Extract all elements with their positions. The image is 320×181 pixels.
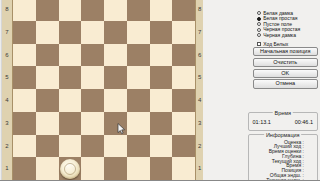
square-h4[interactable] xyxy=(172,89,195,112)
square-f5[interactable] xyxy=(127,66,150,89)
square-a8[interactable] xyxy=(13,0,36,21)
square-f3[interactable] xyxy=(127,112,150,135)
rank-label-2: 2 xyxy=(2,143,12,149)
rank-label-4: 4 xyxy=(2,97,12,103)
rank-labels-left: 87654321 xyxy=(2,0,13,180)
square-f6[interactable] xyxy=(127,44,150,67)
square-b2[interactable] xyxy=(36,135,59,158)
square-c3[interactable] xyxy=(59,112,82,135)
square-b7[interactable] xyxy=(36,21,59,44)
square-g3[interactable] xyxy=(150,112,173,135)
square-a7[interactable] xyxy=(13,21,36,44)
square-h3[interactable] xyxy=(172,112,195,135)
time-group-title: Время xyxy=(272,110,293,116)
square-d2[interactable] xyxy=(81,135,104,158)
radio-icon[interactable] xyxy=(257,28,261,32)
mouse-cursor-icon xyxy=(117,123,126,135)
square-d3[interactable] xyxy=(81,112,104,135)
rank-label-5: 5 xyxy=(196,74,203,80)
radio-icon[interactable] xyxy=(257,22,261,26)
square-f4[interactable] xyxy=(127,89,150,112)
square-d4[interactable] xyxy=(81,89,104,112)
square-c4[interactable] xyxy=(59,89,82,112)
info-rows: Оценка :Лучший ход :Время оценки :Глубин… xyxy=(249,140,318,181)
button-stack: Начальная позицияОчиститьOKОтмена xyxy=(253,47,319,90)
square-c5[interactable] xyxy=(59,66,82,89)
white-to-move-label: Ход Белых xyxy=(263,42,288,47)
square-b5[interactable] xyxy=(36,66,59,89)
rank-label-7: 7 xyxy=(2,29,12,35)
square-g5[interactable] xyxy=(150,66,173,89)
square-g4[interactable] xyxy=(150,89,173,112)
piece-option-label: Черная дамка xyxy=(263,33,296,38)
piece-option-5[interactable]: Черная дамка xyxy=(257,32,300,37)
square-b6[interactable] xyxy=(36,44,59,67)
checkbox-icon[interactable] xyxy=(257,42,261,46)
square-h1[interactable] xyxy=(172,157,195,180)
square-g1[interactable] xyxy=(150,157,173,180)
square-h2[interactable] xyxy=(172,135,195,158)
square-g7[interactable] xyxy=(150,21,173,44)
square-e6[interactable] xyxy=(104,44,127,67)
rank-label-6: 6 xyxy=(2,52,12,58)
square-a6[interactable] xyxy=(13,44,36,67)
square-d8[interactable] xyxy=(81,0,104,21)
piece-palette-radio-group: Белая дамкаБелая простаяПустое полеЧерна… xyxy=(257,11,300,38)
board xyxy=(13,0,195,180)
square-e2[interactable] xyxy=(104,135,127,158)
initial-position-button[interactable]: Начальная позиция xyxy=(253,47,319,56)
rank-label-7: 7 xyxy=(196,29,203,35)
square-c7[interactable] xyxy=(59,21,82,44)
square-f1[interactable] xyxy=(127,157,150,180)
square-g6[interactable] xyxy=(150,44,173,67)
rank-label-4: 4 xyxy=(196,97,203,103)
rank-label-2: 2 xyxy=(196,143,203,149)
square-h6[interactable] xyxy=(172,44,195,67)
rank-label-6: 6 xyxy=(196,52,203,58)
square-e4[interactable] xyxy=(104,89,127,112)
square-a5[interactable] xyxy=(13,66,36,89)
square-d1[interactable] xyxy=(81,157,104,180)
rank-label-3: 3 xyxy=(196,120,203,126)
square-e8[interactable] xyxy=(104,0,127,21)
square-f7[interactable] xyxy=(127,21,150,44)
square-e1[interactable] xyxy=(104,157,127,180)
square-h8[interactable] xyxy=(172,0,195,21)
clear-button[interactable]: Очистить xyxy=(253,58,319,67)
square-g2[interactable] xyxy=(150,135,173,158)
radio-icon[interactable] xyxy=(257,33,261,37)
rank-label-8: 8 xyxy=(196,6,203,12)
square-d6[interactable] xyxy=(81,44,104,67)
rank-label-1: 1 xyxy=(196,165,203,171)
square-f2[interactable] xyxy=(127,135,150,158)
square-h7[interactable] xyxy=(172,21,195,44)
rank-label-3: 3 xyxy=(2,120,12,126)
square-a3[interactable] xyxy=(13,112,36,135)
rank-labels-right: 87654321 xyxy=(195,0,203,180)
square-a4[interactable] xyxy=(13,89,36,112)
checkers-setup-window: 87654321 87654321 Белая дамкаБелая прост… xyxy=(0,0,320,180)
rank-label-1: 1 xyxy=(2,165,12,171)
black-clock: 00:46.1 xyxy=(295,119,313,125)
square-e5[interactable] xyxy=(104,66,127,89)
white-to-move-checkbox[interactable]: Ход Белых xyxy=(257,42,288,47)
square-d5[interactable] xyxy=(81,66,104,89)
rank-label-5: 5 xyxy=(2,74,12,80)
rank-label-8: 8 xyxy=(2,6,12,12)
square-d7[interactable] xyxy=(81,21,104,44)
square-f8[interactable] xyxy=(127,0,150,21)
square-c6[interactable] xyxy=(59,44,82,67)
square-g8[interactable] xyxy=(150,0,173,21)
square-c2[interactable] xyxy=(59,135,82,158)
square-e7[interactable] xyxy=(104,21,127,44)
info-groupbox: Информация Оценка :Лучший ход :Время оце… xyxy=(248,134,319,180)
square-c1[interactable] xyxy=(59,157,82,180)
radio-icon[interactable] xyxy=(257,11,261,15)
ok-button[interactable]: OK xyxy=(253,69,319,78)
info-group-title: Информация xyxy=(264,132,302,138)
square-b3[interactable] xyxy=(36,112,59,135)
square-b1[interactable] xyxy=(36,157,59,180)
white-man-piece[interactable] xyxy=(60,159,80,179)
time-groupbox: Время 01:13.1 00:46.1 xyxy=(248,112,319,131)
info-row-label: Текущая эндш. : xyxy=(249,178,305,181)
clock-values: 01:13.1 00:46.1 xyxy=(249,119,318,125)
square-c8[interactable] xyxy=(59,0,82,21)
square-a1[interactable] xyxy=(13,157,36,180)
square-h5[interactable] xyxy=(172,66,195,89)
cancel-button[interactable]: Отмена xyxy=(253,79,319,88)
square-a2[interactable] xyxy=(13,135,36,158)
square-b4[interactable] xyxy=(36,89,59,112)
radio-selected-icon[interactable] xyxy=(257,17,261,21)
square-b8[interactable] xyxy=(36,0,59,21)
white-clock: 01:13.1 xyxy=(253,119,271,125)
